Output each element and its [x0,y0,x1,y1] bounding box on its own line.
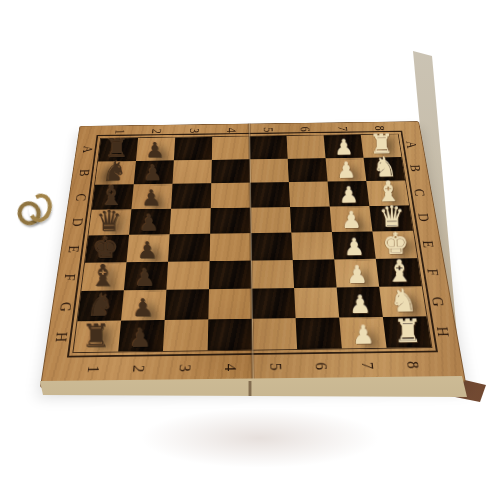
front-edge-seam-notch [248,381,252,396]
light-pawn[interactable]: ♟ [339,184,360,206]
square-F5[interactable] [251,260,294,289]
square-C7[interactable]: ♟ [328,181,370,206]
square-H2[interactable]: ♟ [118,320,165,352]
coordinate-left-E: E [55,239,91,259]
square-C4[interactable] [211,183,251,208]
coordinate-left-C: C [64,188,99,206]
square-A2[interactable]: ♟ [136,137,175,160]
dark-pawn[interactable]: ♟ [139,212,160,235]
square-C2[interactable]: ♟ [131,184,172,209]
square-H6[interactable] [296,317,342,349]
square-H3[interactable] [163,319,208,351]
square-E3[interactable] [168,234,210,262]
square-H4[interactable] [208,318,253,350]
dark-pawn[interactable]: ♟ [143,162,163,184]
square-G3[interactable] [165,289,209,319]
square-E5[interactable] [251,233,293,261]
board-tilt-wrap: 12345678 12345678 ABCDEFGH ABCDEFGH ♜♟♟♜… [0,0,500,500]
dark-rook[interactable]: ♜ [82,319,111,351]
coordinate-right-D: D [406,208,442,227]
coordinate-right-F: F [414,262,452,283]
square-F4[interactable] [209,260,252,289]
square-F2[interactable]: ♟ [124,261,168,290]
square-H5[interactable] [252,318,297,350]
square-B5[interactable] [250,158,289,182]
coordinate-right-C: C [402,183,437,201]
dark-pawn[interactable]: ♟ [141,186,161,208]
square-E7[interactable]: ♟ [332,231,376,259]
square-D5[interactable] [250,207,291,233]
chess-board[interactable]: 12345678 12345678 ABCDEFGH ABCDEFGH ♜♟♟♜… [40,121,466,388]
square-A7[interactable]: ♟ [324,135,364,158]
coordinate-left-D: D [60,213,96,232]
square-F3[interactable] [166,261,209,290]
square-D7[interactable]: ♟ [330,206,373,232]
coordinate-left-B: B [67,164,101,181]
square-G7[interactable]: ♟ [337,287,383,317]
square-F6[interactable] [293,259,337,288]
dark-pawn[interactable]: ♟ [145,139,164,160]
coordinate-left-F: F [51,267,88,288]
square-D3[interactable] [170,208,211,234]
coordinate-left-G: G [46,295,84,317]
dark-pawn[interactable]: ♟ [129,325,152,350]
light-pawn[interactable]: ♟ [341,209,362,232]
coordinate-right-A: A [395,137,429,154]
square-B4[interactable] [211,159,250,183]
square-D4[interactable] [210,207,251,233]
square-E4[interactable] [210,233,252,261]
chess-set-photo: 12345678 12345678 ABCDEFGH ABCDEFGH ♜♟♟♜… [0,0,500,500]
square-D2[interactable]: ♟ [129,208,171,234]
square-E6[interactable] [291,232,334,260]
square-B7[interactable]: ♟ [326,157,367,181]
square-B3[interactable] [173,160,212,184]
coordinate-right-H: H [423,320,463,343]
square-H7[interactable]: ♟ [339,317,386,349]
light-pawn[interactable]: ♟ [346,263,368,287]
light-rook[interactable]: ♜ [393,315,423,347]
square-G4[interactable] [208,289,252,319]
square-B2[interactable]: ♟ [134,160,174,184]
light-pawn[interactable]: ♟ [344,235,366,258]
coordinate-top-5: 5 [260,116,277,143]
dark-pawn[interactable]: ♟ [137,238,158,261]
square-B6[interactable] [288,158,328,182]
square-C5[interactable] [250,182,290,207]
coordinate-top-6: 6 [296,116,314,143]
square-G2[interactable]: ♟ [121,290,166,320]
square-E2[interactable]: ♟ [127,234,170,262]
dark-pawn[interactable]: ♟ [135,266,157,290]
light-pawn[interactable]: ♟ [349,292,372,317]
light-pawn[interactable]: ♟ [334,137,354,158]
coordinate-top-4: 4 [223,117,239,144]
square-F7[interactable]: ♟ [334,258,379,287]
coordinate-top-3: 3 [185,117,202,144]
coordinate-right-E: E [410,234,447,254]
dark-pawn[interactable]: ♟ [132,295,154,320]
square-C3[interactable] [171,183,211,208]
light-pawn[interactable]: ♟ [352,322,375,347]
square-C6[interactable] [289,182,330,207]
coordinate-left-A: A [71,141,104,158]
light-pawn[interactable]: ♟ [337,160,357,182]
